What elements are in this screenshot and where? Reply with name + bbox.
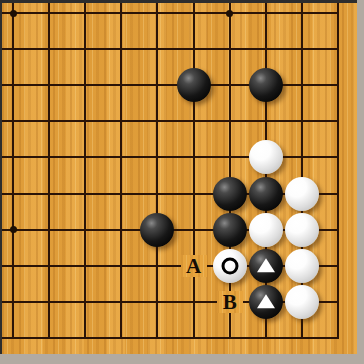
- black-stone-r2[interactable]: [249, 285, 283, 319]
- grid-line-vertical: [337, 3, 339, 339]
- triangle-mark-icon: [257, 294, 275, 308]
- grid-line-vertical: [193, 3, 195, 339]
- grid-line-horizontal: [2, 12, 339, 14]
- circle-mark-icon: [221, 257, 238, 274]
- grid-line-vertical: [156, 3, 158, 339]
- grid-line-vertical: [12, 3, 14, 339]
- grid-line-vertical: [229, 3, 231, 339]
- point-label-a[interactable]: A: [181, 255, 207, 277]
- black-stone-p8[interactable]: [177, 68, 211, 102]
- black-stone-o4[interactable]: [140, 213, 174, 247]
- grid-line-vertical: [120, 3, 122, 339]
- grid-line-horizontal: [2, 120, 339, 122]
- white-stone-s2[interactable]: [285, 285, 319, 319]
- board-layer: AB: [0, 0, 364, 364]
- triangle-mark-icon: [257, 258, 275, 272]
- grid-line-vertical: [84, 3, 86, 339]
- point-label-b[interactable]: B: [217, 291, 243, 313]
- white-stone-r4[interactable]: [249, 213, 283, 247]
- black-stone-r5[interactable]: [249, 177, 283, 211]
- grid-line-horizontal: [2, 84, 339, 86]
- black-stone-r3[interactable]: [249, 249, 283, 283]
- white-stone-s4[interactable]: [285, 213, 319, 247]
- star-point: [226, 10, 233, 17]
- black-stone-q5[interactable]: [213, 177, 247, 211]
- star-point: [10, 10, 17, 17]
- grid-line-horizontal: [2, 48, 339, 50]
- star-point: [10, 226, 17, 233]
- white-stone-r6[interactable]: [249, 140, 283, 174]
- grid-line-vertical: [48, 3, 50, 339]
- white-stone-q3[interactable]: [213, 249, 247, 283]
- grid-line-horizontal: [2, 156, 339, 158]
- black-stone-q4[interactable]: [213, 213, 247, 247]
- white-stone-s5[interactable]: [285, 177, 319, 211]
- white-stone-s3[interactable]: [285, 249, 319, 283]
- grid-line-horizontal: [2, 337, 339, 339]
- go-board-frame: AB: [0, 0, 364, 364]
- black-stone-r8[interactable]: [249, 68, 283, 102]
